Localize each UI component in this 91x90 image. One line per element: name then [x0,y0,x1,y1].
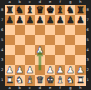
black-pawn-f7: ♟ [55,15,65,25]
coord-file-b-top: b [15,0,25,5]
black-pawn-g7: ♟ [65,15,75,25]
square-h4[interactable] [75,45,85,55]
square-c4[interactable] [25,45,35,55]
square-g7[interactable]: ♟ [65,15,75,25]
coord-file-e-top: e [45,0,55,5]
coord-file-e-bottom: e [45,86,55,90]
black-pawn-d7: ♟ [35,15,45,25]
square-h1[interactable]: ♜ [75,75,85,85]
coord-file-g-bottom: g [65,86,75,90]
square-e5[interactable] [45,35,55,45]
square-a5[interactable] [5,35,15,45]
square-c6[interactable] [25,25,35,35]
square-f6[interactable] [55,25,65,35]
black-pawn-h7: ♟ [75,15,85,25]
square-d1[interactable]: ♛ [35,75,45,85]
square-b6[interactable] [15,25,25,35]
coord-rank-3-right: 3 [86,55,91,65]
coord-file-a-top: a [5,0,15,5]
square-a1[interactable]: ♜ [5,75,15,85]
coord-rank-8-left: 8 [0,5,5,15]
white-queen-d1: ♛ [35,75,45,85]
square-d7[interactable]: ♟ [35,15,45,25]
coord-file-b-bottom: b [15,86,25,90]
coord-rank-4-right: 4 [86,45,91,55]
coord-rank-5-right: 5 [86,35,91,45]
coord-file-h-bottom: h [75,86,85,90]
square-g5[interactable] [65,35,75,45]
coord-rank-6-left: 6 [0,25,5,35]
square-d3[interactable] [35,55,45,65]
coord-rank-2-left: 2 [0,65,5,75]
coord-rank-2-right: 2 [86,65,91,75]
white-rook-a1: ♜ [5,75,15,85]
coord-file-d-bottom: d [35,86,45,90]
square-a6[interactable] [5,25,15,35]
square-h5[interactable] [75,35,85,45]
square-a7[interactable]: ♟ [5,15,15,25]
coord-file-c-top: c [25,0,35,5]
board-grid: ♜♞♝♛♚♝♞♜♟♟♟♟♟♟♟♟♟♟♟♟♟♟♟♟♜♞♝♛♚♝♞♜ [5,5,86,86]
coord-rank-5-left: 5 [0,35,5,45]
square-d6[interactable] [35,25,45,35]
white-king-e1: ♚ [45,75,55,85]
coord-rank-6-right: 6 [86,25,91,35]
coord-file-f-bottom: f [55,86,65,90]
coord-rank-7-right: 7 [86,15,91,25]
square-b7[interactable]: ♟ [15,15,25,25]
square-c7[interactable]: ♟ [25,15,35,25]
square-d4[interactable]: ♟ [35,45,45,55]
coord-file-d-top: d [35,0,45,5]
black-pawn-c7: ♟ [25,15,35,25]
square-h7[interactable]: ♟ [75,15,85,25]
square-b4[interactable] [15,45,25,55]
coord-file-h-top: h [75,0,85,5]
square-f7[interactable]: ♟ [55,15,65,25]
black-pawn-b7: ♟ [15,15,25,25]
coord-rank-1-left: 1 [0,75,5,85]
coord-rank-3-left: 3 [0,55,5,65]
square-b1[interactable]: ♞ [15,75,25,85]
square-h6[interactable] [75,25,85,35]
square-e1[interactable]: ♚ [45,75,55,85]
white-bishop-c1: ♝ [25,75,35,85]
square-e4[interactable] [45,45,55,55]
square-f5[interactable] [55,35,65,45]
coord-rank-4-left: 4 [0,45,5,55]
coord-file-g-top: g [65,0,75,5]
chess-board: ♜♞♝♛♚♝♞♜♟♟♟♟♟♟♟♟♟♟♟♟♟♟♟♟♜♞♝♛♚♝♞♜ aabbccd… [0,0,90,90]
white-bishop-f1: ♝ [55,75,65,85]
coord-rank-8-right: 8 [86,5,91,15]
white-rook-h1: ♜ [75,75,85,85]
square-f4[interactable] [55,45,65,55]
square-b5[interactable] [15,35,25,45]
coord-file-c-bottom: c [25,86,35,90]
square-e6[interactable] [45,25,55,35]
square-c5[interactable] [25,35,35,45]
coord-file-f-top: f [55,0,65,5]
coord-file-a-bottom: a [5,86,15,90]
square-a4[interactable] [5,45,15,55]
white-knight-g1: ♞ [65,75,75,85]
black-pawn-a7: ♟ [5,15,15,25]
white-knight-b1: ♞ [15,75,25,85]
square-c1[interactable]: ♝ [25,75,35,85]
square-g1[interactable]: ♞ [65,75,75,85]
coord-rank-7-left: 7 [0,15,5,25]
coord-rank-1-right: 1 [86,75,91,85]
square-g6[interactable] [65,25,75,35]
white-pawn-d4: ♟ [35,45,45,55]
black-pawn-e7: ♟ [45,15,55,25]
square-g4[interactable] [65,45,75,55]
square-e7[interactable]: ♟ [45,15,55,25]
square-f1[interactable]: ♝ [55,75,65,85]
